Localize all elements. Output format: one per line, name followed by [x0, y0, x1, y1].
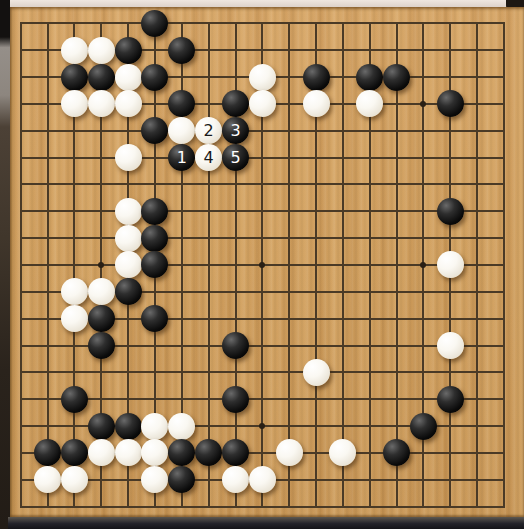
stone-black	[88, 413, 115, 440]
stone-white	[356, 90, 383, 117]
star-point	[98, 262, 104, 268]
stone-black	[168, 37, 195, 64]
move-number-label: 1	[177, 150, 187, 166]
go-board[interactable]: 23145	[10, 7, 524, 517]
grid-line-vertical	[503, 22, 505, 507]
stone-black	[88, 332, 115, 359]
stone-black-move-5: 5	[222, 144, 249, 171]
stone-black-move-1: 1	[168, 144, 195, 171]
stone-white	[61, 90, 88, 117]
stone-black	[168, 90, 195, 117]
stone-black	[141, 64, 168, 91]
grid-line-vertical	[342, 22, 344, 507]
stone-black	[141, 10, 168, 37]
stone-white	[141, 439, 168, 466]
stone-black	[61, 64, 88, 91]
star-point	[259, 423, 265, 429]
stone-white	[222, 466, 249, 493]
grid-line-horizontal	[20, 398, 505, 400]
stone-white	[88, 37, 115, 64]
stone-white	[141, 413, 168, 440]
stone-white	[168, 117, 195, 144]
grid-line-vertical	[288, 22, 290, 507]
stone-black	[141, 251, 168, 278]
stone-black	[195, 439, 222, 466]
stone-black-move-3: 3	[222, 117, 249, 144]
stone-black	[168, 466, 195, 493]
stone-black	[88, 305, 115, 332]
stone-white	[249, 466, 276, 493]
stone-white	[88, 439, 115, 466]
stone-white	[303, 90, 330, 117]
stone-white	[88, 90, 115, 117]
star-point	[420, 101, 426, 107]
stone-white	[115, 251, 142, 278]
stone-black	[222, 332, 249, 359]
background-left-edge	[0, 0, 10, 529]
stone-black	[437, 386, 464, 413]
stone-black	[437, 198, 464, 225]
stone-black	[61, 439, 88, 466]
stone-white	[115, 225, 142, 252]
stone-black	[141, 117, 168, 144]
stone-white	[61, 466, 88, 493]
stone-white	[329, 439, 356, 466]
stone-white	[437, 251, 464, 278]
grid-line-vertical	[476, 22, 478, 507]
stone-white-move-2: 2	[195, 117, 222, 144]
stone-white	[88, 278, 115, 305]
stone-white	[115, 90, 142, 117]
stone-black	[437, 90, 464, 117]
stone-black	[115, 37, 142, 64]
stone-black	[141, 305, 168, 332]
move-number-label: 2	[204, 123, 214, 139]
stone-black	[356, 64, 383, 91]
stone-white	[437, 332, 464, 359]
background-floor	[8, 517, 524, 529]
stone-white	[249, 64, 276, 91]
star-point	[420, 262, 426, 268]
stone-black	[34, 439, 61, 466]
stone-white	[61, 305, 88, 332]
grid-line-horizontal	[20, 506, 505, 508]
grid-line-horizontal	[20, 371, 505, 373]
stone-white	[61, 37, 88, 64]
stone-black	[168, 439, 195, 466]
stone-black	[383, 64, 410, 91]
move-number-label: 5	[230, 150, 240, 166]
stone-white	[168, 413, 195, 440]
stone-white	[303, 359, 330, 386]
grid-line-vertical	[396, 22, 398, 507]
stone-white	[61, 278, 88, 305]
stone-black	[88, 64, 115, 91]
stone-white	[115, 198, 142, 225]
stone-black	[61, 386, 88, 413]
stone-black	[222, 386, 249, 413]
stone-black	[141, 198, 168, 225]
move-number-label: 3	[230, 123, 240, 139]
stone-white	[34, 466, 61, 493]
stone-black	[141, 225, 168, 252]
stone-white	[115, 439, 142, 466]
stone-black	[222, 439, 249, 466]
stone-black	[410, 413, 437, 440]
stone-black	[115, 413, 142, 440]
stone-black	[222, 90, 249, 117]
stone-black	[303, 64, 330, 91]
star-point	[259, 262, 265, 268]
stone-white	[115, 144, 142, 171]
move-number-label: 4	[204, 150, 214, 166]
stone-white-move-4: 4	[195, 144, 222, 171]
go-board-scene: 23145	[0, 0, 524, 529]
stone-white	[276, 439, 303, 466]
stone-black	[383, 439, 410, 466]
stone-black	[115, 278, 142, 305]
stone-white	[141, 466, 168, 493]
stone-white	[249, 90, 276, 117]
stone-white	[115, 64, 142, 91]
